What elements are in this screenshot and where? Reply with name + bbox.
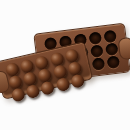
- dome-grid: [4, 48, 85, 93]
- mold-cavity: [90, 44, 103, 57]
- product-photo: [0, 0, 130, 130]
- mold-dome: [70, 73, 86, 89]
- mold-dome: [40, 80, 56, 96]
- mold-dome: [55, 77, 71, 93]
- chocolate-mold-dome-side: [0, 41, 93, 100]
- mold-cavity: [89, 31, 102, 44]
- mold-dome: [25, 84, 41, 100]
- mold-cavity: [104, 29, 117, 42]
- mold-cavity: [105, 43, 118, 56]
- mold-cavity: [107, 56, 120, 69]
- mold-dome: [11, 87, 27, 103]
- mold-cavity: [92, 58, 105, 71]
